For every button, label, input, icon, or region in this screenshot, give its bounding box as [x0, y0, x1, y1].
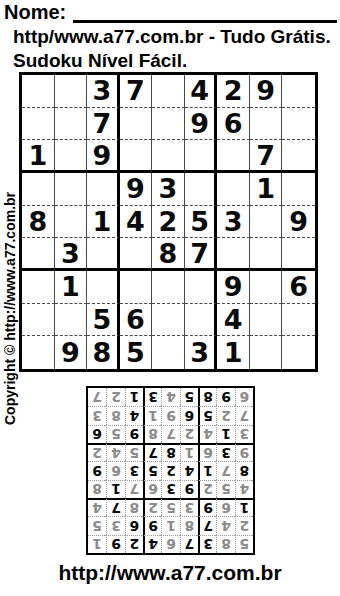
answer-cell-r2c4: 8 — [180, 516, 198, 534]
name-fill-in-line[interactable] — [73, 20, 337, 23]
cell-r5c4: 4 — [120, 206, 153, 239]
cell-r5c3: 1 — [87, 206, 120, 239]
answer-cell-r4c6: 6 — [143, 480, 161, 498]
answer-cell-r3c5: 5 — [161, 498, 179, 516]
cell-r3c2[interactable] — [55, 140, 88, 173]
cell-r1c4: 7 — [120, 75, 153, 108]
cell-r7c8[interactable] — [250, 271, 283, 304]
answer-cell-r9c8: 2 — [106, 388, 124, 406]
answer-cell-r9c2: 9 — [216, 388, 234, 406]
name-label: Nome: — [4, 1, 66, 24]
answer-cell-r7c3: 4 — [198, 425, 216, 443]
cell-r4c7[interactable] — [217, 173, 250, 206]
answer-cell-r1c3: 3 — [198, 535, 216, 553]
cell-r4c4: 9 — [120, 173, 153, 206]
cell-r8c4: 6 — [120, 304, 153, 337]
cell-r3c8: 7 — [250, 140, 283, 173]
answer-cell-r4c9: 8 — [88, 480, 106, 498]
cell-r4c5: 3 — [152, 173, 185, 206]
cell-r9c2: 9 — [55, 336, 88, 369]
answer-cell-r8c3: 5 — [198, 406, 216, 424]
answer-cell-r7c6: 8 — [143, 425, 161, 443]
answer-cell-r1c9: 1 — [88, 535, 106, 553]
answer-cell-r2c1: 2 — [235, 516, 253, 534]
cell-r3c6[interactable] — [185, 140, 218, 173]
answer-cell-r1c7: 2 — [125, 535, 143, 553]
answer-cell-r5c2: 7 — [216, 461, 234, 479]
answer-cell-r6c5: 8 — [161, 443, 179, 461]
answer-cell-r7c5: 7 — [161, 425, 179, 443]
answer-cell-r6c2: 3 — [216, 443, 234, 461]
cell-r3c9[interactable] — [282, 140, 315, 173]
cell-r1c8: 9 — [250, 75, 283, 108]
answer-cell-r1c8: 9 — [106, 535, 124, 553]
cell-r5c5: 2 — [152, 206, 185, 239]
answer-cell-r7c4: 2 — [180, 425, 198, 443]
cell-r9c9[interactable] — [282, 336, 315, 369]
cell-r8c7: 4 — [217, 304, 250, 337]
cell-r3c1: 1 — [22, 140, 55, 173]
answer-cell-r8c8: 8 — [106, 406, 124, 424]
answer-cell-r6c3: 6 — [198, 443, 216, 461]
answer-cell-r3c7: 8 — [125, 498, 143, 516]
cell-r1c5[interactable] — [152, 75, 185, 108]
cell-r9c7: 1 — [217, 336, 250, 369]
answer-cell-r5c9: 9 — [88, 461, 106, 479]
answer-cell-r1c2: 8 — [216, 535, 234, 553]
copyright-vertical-text: Copyright © http://www.a77.com.br — [2, 87, 18, 425]
answer-cell-r2c5: 1 — [161, 516, 179, 534]
answer-cell-r4c4: 9 — [180, 480, 198, 498]
answer-cell-r5c6: 5 — [143, 461, 161, 479]
cell-r6c2: 3 — [55, 238, 88, 271]
cell-r7c7: 9 — [217, 271, 250, 304]
answer-cell-r9c5: 4 — [161, 388, 179, 406]
cell-r1c6: 4 — [185, 75, 218, 108]
answer-cell-r3c4: 3 — [180, 498, 198, 516]
answer-cell-r3c2: 6 — [216, 498, 234, 516]
answer-cell-r5c3: 1 — [198, 461, 216, 479]
cell-r8c1[interactable] — [22, 304, 55, 337]
cell-r5c8[interactable] — [250, 206, 283, 239]
answer-cell-r6c7: 5 — [125, 443, 143, 461]
answer-cell-r4c5: 3 — [161, 480, 179, 498]
answer-cell-r9c6: 3 — [143, 388, 161, 406]
cell-r3c5[interactable] — [152, 140, 185, 173]
answer-cell-r1c1: 5 — [235, 535, 253, 553]
cell-r8c9[interactable] — [282, 304, 315, 337]
cell-r2c4[interactable] — [120, 108, 153, 141]
answer-cell-r7c7: 9 — [125, 425, 143, 443]
cell-r4c3[interactable] — [87, 173, 120, 206]
cell-r7c9: 6 — [282, 271, 315, 304]
cell-r4c1[interactable] — [22, 173, 55, 206]
answer-cell-r3c8: 7 — [106, 498, 124, 516]
answer-cell-r6c6: 7 — [143, 443, 161, 461]
answer-cell-r4c1: 4 — [235, 480, 253, 498]
answer-cell-r5c1: 8 — [235, 461, 253, 479]
cell-r1c2[interactable] — [55, 75, 88, 108]
cell-r2c9[interactable] — [282, 108, 315, 141]
cell-r8c3: 5 — [87, 304, 120, 337]
cell-r4c8: 1 — [250, 173, 283, 206]
answer-cell-r6c4: 1 — [180, 443, 198, 461]
answer-cell-r1c5: 6 — [161, 535, 179, 553]
sudoku-grid: 37429796197931814253938719656498531 — [19, 72, 318, 372]
cell-r9c5[interactable] — [152, 336, 185, 369]
answer-cell-r6c1: 9 — [235, 443, 253, 461]
answer-cell-r9c4: 5 — [180, 388, 198, 406]
cell-r8c8[interactable] — [250, 304, 283, 337]
cell-r8c6[interactable] — [185, 304, 218, 337]
answer-cell-r7c8: 5 — [106, 425, 124, 443]
cell-r8c5[interactable] — [152, 304, 185, 337]
answer-cell-r5c8: 6 — [106, 461, 124, 479]
answer-cell-r8c7: 4 — [125, 406, 143, 424]
cell-r6c7[interactable] — [217, 238, 250, 271]
answer-cell-r5c5: 2 — [161, 461, 179, 479]
cell-r4c9[interactable] — [282, 173, 315, 206]
answer-cell-r4c2: 5 — [216, 480, 234, 498]
cell-r5c6: 5 — [185, 206, 218, 239]
answer-cell-r8c4: 6 — [180, 406, 198, 424]
cell-r1c1[interactable] — [22, 75, 55, 108]
cell-r5c9: 9 — [282, 206, 315, 239]
cell-r4c2[interactable] — [55, 173, 88, 206]
answer-cell-r2c8: 3 — [106, 516, 124, 534]
answer-cell-r2c3: 7 — [198, 516, 216, 534]
cell-r3c7[interactable] — [217, 140, 250, 173]
cell-r1c3: 3 — [87, 75, 120, 108]
answer-cell-r9c7: 1 — [125, 388, 143, 406]
site-header-text: http/www.a77.com.br - Tudo Grátis. — [13, 26, 331, 48]
cell-r9c1[interactable] — [22, 336, 55, 369]
cell-r9c8[interactable] — [250, 336, 283, 369]
cell-r3c3: 9 — [87, 140, 120, 173]
answer-cell-r2c9: 5 — [88, 516, 106, 534]
answer-cell-r7c1: 3 — [235, 425, 253, 443]
cell-r2c3: 7 — [87, 108, 120, 141]
cell-r2c1[interactable] — [22, 108, 55, 141]
cell-r7c6[interactable] — [185, 271, 218, 304]
cell-r2c5[interactable] — [152, 108, 185, 141]
answer-cell-r6c9: 2 — [88, 443, 106, 461]
cell-r7c3[interactable] — [87, 271, 120, 304]
answer-cell-r1c6: 4 — [143, 535, 161, 553]
cell-r1c9[interactable] — [282, 75, 315, 108]
cell-r5c1: 8 — [22, 206, 55, 239]
cell-r7c4[interactable] — [120, 271, 153, 304]
page-title: Sudoku Nível Fácil. — [13, 50, 187, 72]
answer-cell-r8c5: 9 — [161, 406, 179, 424]
answer-cell-r8c6: 1 — [143, 406, 161, 424]
cell-r9c6: 3 — [185, 336, 218, 369]
footer-url: http://www.a77.com.br — [0, 561, 340, 585]
answer-cell-r8c9: 3 — [88, 406, 106, 424]
answer-cell-r8c2: 2 — [216, 406, 234, 424]
cell-r2c8[interactable] — [250, 108, 283, 141]
cell-r5c7: 3 — [217, 206, 250, 239]
cell-r2c6: 9 — [185, 108, 218, 141]
cell-r1c7: 2 — [217, 75, 250, 108]
answer-cell-r8c1: 7 — [235, 406, 253, 424]
answer-cell-r2c7: 6 — [125, 516, 143, 534]
cell-r6c6: 7 — [185, 238, 218, 271]
answer-cell-r4c8: 1 — [106, 480, 124, 498]
answer-grid: 5837642912478196351693528744529367188714… — [86, 386, 255, 555]
answer-cell-r3c9: 4 — [88, 498, 106, 516]
cell-r2c7: 6 — [217, 108, 250, 141]
answer-cell-r5c4: 4 — [180, 461, 198, 479]
answer-cell-r5c7: 3 — [125, 461, 143, 479]
cell-r5c2[interactable] — [55, 206, 88, 239]
cell-r7c5[interactable] — [152, 271, 185, 304]
cell-r6c9[interactable] — [282, 238, 315, 271]
cell-r6c1[interactable] — [22, 238, 55, 271]
answer-cell-r4c3: 2 — [198, 480, 216, 498]
cell-r6c5: 8 — [152, 238, 185, 271]
cell-r6c3[interactable] — [87, 238, 120, 271]
answer-cell-r9c1: 6 — [235, 388, 253, 406]
answer-cell-r9c9: 7 — [88, 388, 106, 406]
answer-cell-r6c8: 4 — [106, 443, 124, 461]
answer-cell-r7c2: 1 — [216, 425, 234, 443]
answer-cell-r2c2: 4 — [216, 516, 234, 534]
answer-cell-r4c7: 7 — [125, 480, 143, 498]
answer-cell-r3c6: 2 — [143, 498, 161, 516]
answer-cell-r2c6: 9 — [143, 516, 161, 534]
cell-r9c3: 8 — [87, 336, 120, 369]
answer-cell-r3c1: 1 — [235, 498, 253, 516]
cell-r9c4: 5 — [120, 336, 153, 369]
cell-r4c6[interactable] — [185, 173, 218, 206]
answer-cell-r9c3: 8 — [198, 388, 216, 406]
page: Nome: http/www.a77.com.br - Tudo Grátis.… — [0, 0, 340, 596]
answer-cell-r3c3: 9 — [198, 498, 216, 516]
cell-r2c2[interactable] — [55, 108, 88, 141]
cell-r7c1[interactable] — [22, 271, 55, 304]
cell-r6c8[interactable] — [250, 238, 283, 271]
cell-r8c2[interactable] — [55, 304, 88, 337]
cell-r3c4[interactable] — [120, 140, 153, 173]
answer-cell-r7c9: 6 — [88, 425, 106, 443]
cell-r6c4[interactable] — [120, 238, 153, 271]
answer-cell-r1c4: 7 — [180, 535, 198, 553]
cell-r7c2: 1 — [55, 271, 88, 304]
